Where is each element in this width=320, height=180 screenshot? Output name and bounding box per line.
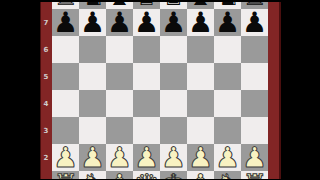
square-a7[interactable]: ♟ bbox=[52, 9, 79, 36]
square-b3[interactable] bbox=[79, 117, 106, 144]
piece-white-pawn[interactable]: ♟ bbox=[215, 144, 240, 171]
square-e2[interactable]: ♟ bbox=[160, 144, 187, 171]
square-f4[interactable] bbox=[187, 90, 214, 117]
rank-label-6: 6 bbox=[40, 36, 52, 63]
square-e7[interactable]: ♟ bbox=[160, 9, 187, 36]
square-h6[interactable] bbox=[241, 36, 268, 63]
square-g5[interactable] bbox=[214, 63, 241, 90]
piece-black-pawn[interactable]: ♟ bbox=[80, 9, 105, 36]
square-c2[interactable]: ♟ bbox=[106, 144, 133, 171]
piece-white-pawn[interactable]: ♟ bbox=[53, 144, 78, 171]
rank-label-4: 4 bbox=[40, 90, 52, 117]
square-h7[interactable]: ♟ bbox=[241, 9, 268, 36]
square-a2[interactable]: ♟ bbox=[52, 144, 79, 171]
square-e3[interactable] bbox=[160, 117, 187, 144]
square-c6[interactable] bbox=[106, 36, 133, 63]
letterbox-bottom bbox=[0, 179, 320, 180]
square-e6[interactable] bbox=[160, 36, 187, 63]
square-h2[interactable]: ♟ bbox=[241, 144, 268, 171]
square-h3[interactable] bbox=[241, 117, 268, 144]
piece-black-pawn[interactable]: ♟ bbox=[215, 9, 240, 36]
rank-label-5: 5 bbox=[40, 63, 52, 90]
chess-app-viewport: 87654321 ♜♞♝♛♚♝♞♜♟♟♟♟♟♟♟♟♟♟♟♟♟♟♟♟♜♞♝♛♚♝♞… bbox=[0, 0, 320, 180]
piece-black-pawn[interactable]: ♟ bbox=[53, 9, 78, 36]
letterbox-top bbox=[0, 0, 320, 2]
square-b4[interactable] bbox=[79, 90, 106, 117]
square-d5[interactable] bbox=[133, 63, 160, 90]
square-g3[interactable] bbox=[214, 117, 241, 144]
rank-label-2: 2 bbox=[40, 144, 52, 171]
square-a3[interactable] bbox=[52, 117, 79, 144]
square-b5[interactable] bbox=[79, 63, 106, 90]
piece-white-pawn[interactable]: ♟ bbox=[242, 144, 267, 171]
square-b6[interactable] bbox=[79, 36, 106, 63]
piece-white-pawn[interactable]: ♟ bbox=[188, 144, 213, 171]
piece-black-pawn[interactable]: ♟ bbox=[161, 9, 186, 36]
square-d4[interactable] bbox=[133, 90, 160, 117]
chess-board: ♜♞♝♛♚♝♞♜♟♟♟♟♟♟♟♟♟♟♟♟♟♟♟♟♜♞♝♛♚♝♞♜ bbox=[52, 0, 268, 180]
rank-label-7: 7 bbox=[40, 9, 52, 36]
piece-black-pawn[interactable]: ♟ bbox=[134, 9, 159, 36]
square-d3[interactable] bbox=[133, 117, 160, 144]
square-f6[interactable] bbox=[187, 36, 214, 63]
square-g7[interactable]: ♟ bbox=[214, 9, 241, 36]
square-e4[interactable] bbox=[160, 90, 187, 117]
square-c5[interactable] bbox=[106, 63, 133, 90]
square-g2[interactable]: ♟ bbox=[214, 144, 241, 171]
square-f7[interactable]: ♟ bbox=[187, 9, 214, 36]
piece-white-pawn[interactable]: ♟ bbox=[161, 144, 186, 171]
square-a6[interactable] bbox=[52, 36, 79, 63]
square-h5[interactable] bbox=[241, 63, 268, 90]
square-g6[interactable] bbox=[214, 36, 241, 63]
square-c3[interactable] bbox=[106, 117, 133, 144]
square-f5[interactable] bbox=[187, 63, 214, 90]
square-c4[interactable] bbox=[106, 90, 133, 117]
square-d7[interactable]: ♟ bbox=[133, 9, 160, 36]
piece-black-pawn[interactable]: ♟ bbox=[188, 9, 213, 36]
square-f3[interactable] bbox=[187, 117, 214, 144]
square-c7[interactable]: ♟ bbox=[106, 9, 133, 36]
square-b7[interactable]: ♟ bbox=[79, 9, 106, 36]
rank-label-3: 3 bbox=[40, 117, 52, 144]
rank-labels: 87654321 bbox=[40, 0, 52, 180]
square-f2[interactable]: ♟ bbox=[187, 144, 214, 171]
square-a5[interactable] bbox=[52, 63, 79, 90]
piece-black-pawn[interactable]: ♟ bbox=[242, 9, 267, 36]
piece-white-pawn[interactable]: ♟ bbox=[80, 144, 105, 171]
square-g4[interactable] bbox=[214, 90, 241, 117]
piece-white-pawn[interactable]: ♟ bbox=[134, 144, 159, 171]
square-d2[interactable]: ♟ bbox=[133, 144, 160, 171]
piece-black-pawn[interactable]: ♟ bbox=[107, 9, 132, 36]
square-h4[interactable] bbox=[241, 90, 268, 117]
piece-white-pawn[interactable]: ♟ bbox=[107, 144, 132, 171]
square-b2[interactable]: ♟ bbox=[79, 144, 106, 171]
square-a4[interactable] bbox=[52, 90, 79, 117]
square-d6[interactable] bbox=[133, 36, 160, 63]
square-e5[interactable] bbox=[160, 63, 187, 90]
